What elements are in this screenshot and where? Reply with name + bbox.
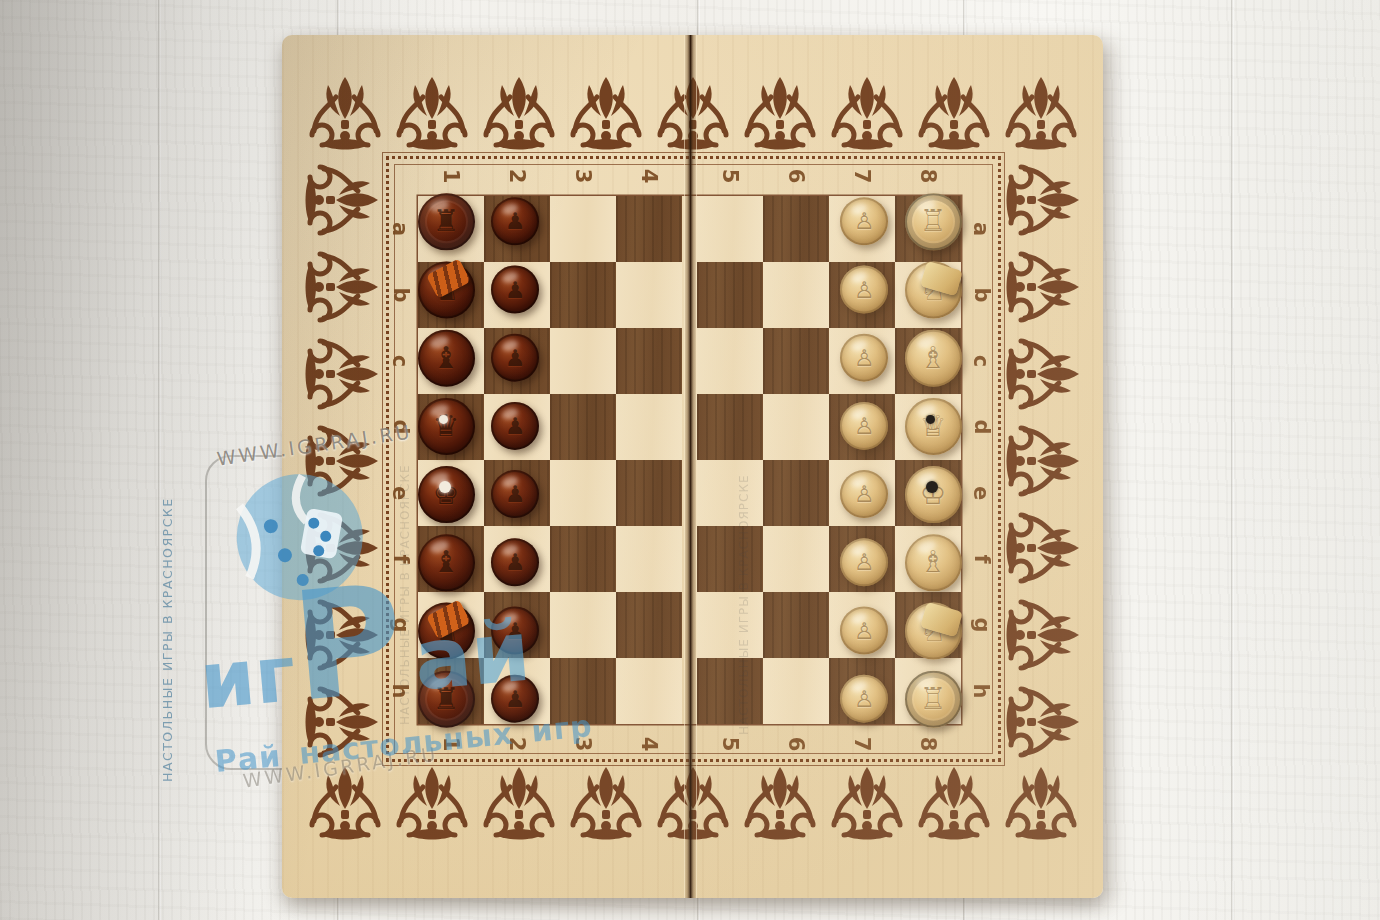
square-b6[interactable] (763, 262, 829, 328)
piece-body: ♔ (905, 466, 962, 523)
square-h8[interactable]: ♖ (895, 658, 961, 724)
piece-glyph-p: ♟ (505, 551, 526, 574)
piece-body: ♞ (418, 602, 475, 659)
piece-h7[interactable]: ♙ (835, 670, 893, 728)
rank-label-8: 8 (895, 157, 961, 194)
piece-body: ♙ (840, 607, 888, 655)
rank-label-1: 1 (418, 725, 484, 762)
piece-b1[interactable]: ♞ (417, 261, 475, 319)
square-a8[interactable]: ♖ (895, 196, 961, 262)
square-b8[interactable]: ♘ (895, 262, 961, 328)
piece-glyph-p: ♟ (505, 483, 526, 506)
square-e5[interactable] (697, 460, 763, 526)
square-g8[interactable]: ♘ (895, 592, 961, 658)
square-c7[interactable]: ♙ (829, 328, 895, 394)
file-label-a: a (962, 196, 1001, 262)
piece-g7[interactable]: ♙ (835, 602, 893, 660)
file-label-d: d (962, 394, 1001, 460)
piece-h1[interactable]: ♜ (417, 670, 475, 728)
piece-body: ♟ (491, 197, 539, 245)
finial-dot (926, 414, 935, 423)
square-c1[interactable]: ♝ (418, 328, 484, 394)
piece-glyph-b: ♗ (920, 547, 947, 577)
piece-body: ♜ (418, 670, 475, 727)
piece-glyph-p: ♟ (505, 619, 526, 642)
square-a6[interactable] (763, 196, 829, 262)
rank-label-5: 5 (697, 157, 763, 194)
piece-b2[interactable]: ♟ (486, 261, 544, 319)
piece-glyph-p: ♟ (505, 210, 526, 233)
square-e1[interactable]: ♚ (418, 460, 484, 526)
rank-label-7: 7 (829, 725, 895, 762)
piece-d2[interactable]: ♟ (486, 397, 544, 455)
piece-body: ♘ (905, 261, 962, 318)
piece-a7[interactable]: ♙ (835, 192, 893, 250)
piece-g1[interactable]: ♞ (417, 602, 475, 660)
piece-body: ♛ (418, 397, 475, 454)
piece-body: ♝ (418, 329, 475, 386)
square-h2[interactable]: ♟ (484, 658, 550, 724)
piece-d1[interactable]: ♛ (417, 397, 475, 455)
square-h4[interactable] (616, 658, 682, 724)
file-label-h: h (962, 658, 1001, 724)
piece-a8[interactable]: ♖ (904, 192, 962, 250)
square-b2[interactable]: ♟ (484, 262, 550, 328)
square-d7[interactable]: ♙ (829, 394, 895, 460)
file-label-h: h (383, 658, 418, 724)
rank-label-6: 6 (763, 157, 829, 194)
piece-e1[interactable]: ♚ (417, 465, 475, 523)
piece-glyph-p: ♙ (854, 346, 875, 369)
piece-glyph-p: ♙ (854, 551, 875, 574)
file-label-c: c (962, 328, 1001, 394)
plank-seam (1231, 0, 1234, 920)
piece-c2[interactable]: ♟ (486, 329, 544, 387)
square-c6[interactable] (763, 328, 829, 394)
piece-d7[interactable]: ♙ (835, 397, 893, 455)
square-f2[interactable]: ♟ (484, 526, 550, 592)
square-c5[interactable] (697, 328, 763, 394)
square-b1[interactable]: ♞ (418, 262, 484, 328)
finial-dot (439, 481, 451, 493)
piece-c1[interactable]: ♝ (417, 329, 475, 387)
piece-body: ♙ (840, 402, 888, 450)
piece-h2[interactable]: ♟ (486, 670, 544, 728)
file-label-e: e (383, 460, 418, 526)
piece-glyph-p: ♟ (505, 346, 526, 369)
rank-label-2: 2 (484, 157, 550, 194)
piece-glyph-p: ♟ (505, 278, 526, 301)
square-c2[interactable]: ♟ (484, 328, 550, 394)
file-label-a: a (383, 196, 418, 262)
square-e3[interactable] (550, 460, 616, 526)
piece-e8[interactable]: ♔ (904, 465, 962, 523)
rank-label-5: 5 (697, 725, 763, 762)
piece-body: ♟ (491, 266, 539, 314)
piece-b8[interactable]: ♘ (904, 261, 962, 319)
square-f3[interactable] (550, 526, 616, 592)
piece-body: ♘ (905, 602, 962, 659)
square-a3[interactable] (550, 196, 616, 262)
piece-glyph-b: ♝ (433, 343, 460, 373)
square-e2[interactable]: ♟ (484, 460, 550, 526)
piece-body: ♕ (905, 397, 962, 454)
finial-dot (439, 414, 448, 423)
square-g1[interactable]: ♞ (418, 592, 484, 658)
square-b5[interactable] (697, 262, 763, 328)
file-label-g: g (383, 592, 418, 658)
piece-glyph-p: ♙ (854, 687, 875, 710)
square-g5[interactable] (697, 592, 763, 658)
piece-e2[interactable]: ♟ (486, 465, 544, 523)
piece-glyph-r: ♖ (920, 206, 947, 236)
square-b7[interactable]: ♙ (829, 262, 895, 328)
piece-body: ♙ (840, 538, 888, 586)
piece-glyph-p: ♙ (854, 619, 875, 642)
chess-board: 12345678 12345678 abcdefgh abcdefgh ♜♟♙♖… (282, 35, 1103, 898)
piece-glyph-p: ♙ (854, 483, 875, 506)
piece-a1[interactable]: ♜ (417, 192, 475, 250)
square-d8[interactable]: ♕ (895, 394, 961, 460)
rank-label-4: 4 (616, 725, 682, 762)
rank-label-7: 7 (829, 157, 895, 194)
piece-body: ♟ (491, 470, 539, 518)
piece-body: ♜ (418, 193, 475, 250)
square-g7[interactable]: ♙ (829, 592, 895, 658)
rank-label-4: 4 (616, 157, 682, 194)
file-label-f: f (962, 526, 1001, 592)
file-labels-left: abcdefgh (383, 196, 418, 724)
square-a1[interactable]: ♜ (418, 196, 484, 262)
square-f8[interactable]: ♗ (895, 526, 961, 592)
piece-body: ♟ (491, 607, 539, 655)
square-d4[interactable] (616, 394, 682, 460)
file-label-c: c (383, 328, 418, 394)
piece-g8[interactable]: ♘ (904, 602, 962, 660)
square-a4[interactable] (616, 196, 682, 262)
file-label-e: e (962, 460, 1001, 526)
square-h5[interactable] (697, 658, 763, 724)
file-label-d: d (383, 394, 418, 460)
square-a2[interactable]: ♟ (484, 196, 550, 262)
square-g2[interactable]: ♟ (484, 592, 550, 658)
piece-a2[interactable]: ♟ (486, 192, 544, 250)
square-h7[interactable]: ♙ (829, 658, 895, 724)
square-b3[interactable] (550, 262, 616, 328)
square-e6[interactable] (763, 460, 829, 526)
photo-scene: 12345678 12345678 abcdefgh abcdefgh ♜♟♙♖… (0, 0, 1380, 920)
piece-body: ♗ (905, 534, 962, 591)
piece-body: ♗ (905, 329, 962, 386)
file-label-f: f (383, 526, 418, 592)
piece-glyph-p: ♙ (854, 210, 875, 233)
rank-label-2: 2 (484, 725, 550, 762)
piece-f2[interactable]: ♟ (486, 533, 544, 591)
piece-body: ♙ (840, 470, 888, 518)
piece-h8[interactable]: ♖ (904, 670, 962, 728)
file-label-g: g (962, 592, 1001, 658)
piece-glyph-p: ♙ (854, 414, 875, 437)
file-label-b: b (383, 262, 418, 328)
piece-b7[interactable]: ♙ (835, 261, 893, 319)
square-f7[interactable]: ♙ (829, 526, 895, 592)
square-d1[interactable]: ♛ (418, 394, 484, 460)
piece-g2[interactable]: ♟ (486, 602, 544, 660)
piece-body: ♙ (840, 266, 888, 314)
engraved-floral-border-right (999, 155, 1087, 763)
piece-c7[interactable]: ♙ (835, 329, 893, 387)
piece-e7[interactable]: ♙ (835, 465, 893, 523)
piece-body: ♖ (905, 670, 962, 727)
engraved-floral-border-left (298, 155, 386, 763)
piece-body: ♟ (491, 675, 539, 723)
square-g6[interactable] (763, 592, 829, 658)
square-f1[interactable]: ♝ (418, 526, 484, 592)
piece-glyph-p: ♙ (854, 278, 875, 301)
piece-glyph-r: ♜ (433, 684, 460, 714)
rank-label-1: 1 (418, 157, 484, 194)
piece-body: ♖ (905, 193, 962, 250)
square-d6[interactable] (763, 394, 829, 460)
square-e8[interactable]: ♔ (895, 460, 961, 526)
square-a7[interactable]: ♙ (829, 196, 895, 262)
piece-body: ♞ (418, 261, 475, 318)
square-a5[interactable] (697, 196, 763, 262)
file-label-b: b (962, 262, 1001, 328)
square-h3[interactable] (550, 658, 616, 724)
board-hinge (684, 35, 697, 898)
rank-label-3: 3 (550, 157, 616, 194)
piece-glyph-b: ♗ (920, 343, 947, 373)
square-c4[interactable] (616, 328, 682, 394)
square-g3[interactable] (550, 592, 616, 658)
rank-label-3: 3 (550, 725, 616, 762)
piece-c8[interactable]: ♗ (904, 329, 962, 387)
square-d2[interactable]: ♟ (484, 394, 550, 460)
piece-body: ♚ (418, 466, 475, 523)
piece-glyph-p: ♟ (505, 687, 526, 710)
rank-label-8: 8 (895, 725, 961, 762)
plank-seam (158, 0, 161, 920)
square-c3[interactable] (550, 328, 616, 394)
piece-d8[interactable]: ♕ (904, 397, 962, 455)
piece-body: ♙ (840, 334, 888, 382)
piece-glyph-r: ♜ (433, 206, 460, 236)
file-labels-right: abcdefgh (962, 196, 1001, 724)
finial-dot (926, 481, 938, 493)
square-b4[interactable] (616, 262, 682, 328)
piece-f7[interactable]: ♙ (835, 533, 893, 591)
square-h6[interactable] (763, 658, 829, 724)
piece-glyph-r: ♖ (920, 684, 947, 714)
square-d5[interactable] (697, 394, 763, 460)
square-g4[interactable] (616, 592, 682, 658)
piece-body: ♟ (491, 402, 539, 450)
piece-body: ♟ (491, 334, 539, 382)
square-f5[interactable] (697, 526, 763, 592)
piece-glyph-p: ♟ (505, 414, 526, 437)
piece-f8[interactable]: ♗ (904, 533, 962, 591)
rank-label-6: 6 (763, 725, 829, 762)
piece-body: ♝ (418, 534, 475, 591)
square-f4[interactable] (616, 526, 682, 592)
square-d3[interactable] (550, 394, 616, 460)
square-e4[interactable] (616, 460, 682, 526)
piece-glyph-b: ♝ (433, 547, 460, 577)
piece-f1[interactable]: ♝ (417, 533, 475, 591)
square-c8[interactable]: ♗ (895, 328, 961, 394)
piece-body: ♙ (840, 197, 888, 245)
square-f6[interactable] (763, 526, 829, 592)
piece-body: ♟ (491, 538, 539, 586)
square-e7[interactable]: ♙ (829, 460, 895, 526)
square-h1[interactable]: ♜ (418, 658, 484, 724)
piece-body: ♙ (840, 675, 888, 723)
